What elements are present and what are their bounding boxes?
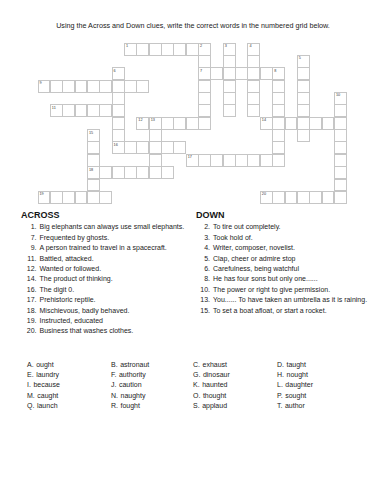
- clue-across-18: 18.Mischievous, badly behaved.: [21, 306, 189, 316]
- grid-cell[interactable]: 2: [198, 43, 211, 56]
- cell-number: 1: [126, 44, 128, 48]
- grid-cell[interactable]: [99, 166, 112, 179]
- grid-cell[interactable]: [50, 80, 63, 93]
- grid-cell[interactable]: [124, 141, 137, 154]
- grid-cell[interactable]: [272, 191, 285, 204]
- grid-cell[interactable]: [112, 92, 125, 105]
- clue-text: The product of thinking.: [40, 274, 190, 284]
- grid-cell[interactable]: [161, 117, 174, 130]
- grid-cell[interactable]: 7: [198, 67, 211, 80]
- grid-cell[interactable]: [50, 191, 63, 204]
- grid-cell[interactable]: [272, 141, 285, 154]
- clue-down-5: 5.Clap, cheer or admire stop: [196, 254, 368, 264]
- clue-number: 2.: [196, 222, 210, 232]
- grid-cell[interactable]: 13: [149, 117, 162, 130]
- clue-text: Battled, attacked.: [40, 254, 190, 264]
- bank-item-P: P.sought: [277, 391, 313, 401]
- clue-number: 16.: [21, 285, 37, 295]
- grid-cell[interactable]: [247, 104, 260, 117]
- grid-cell[interactable]: [297, 80, 310, 93]
- grid-cell[interactable]: [149, 166, 162, 179]
- bank-item-K: K.haunted: [193, 380, 277, 390]
- word-bank: A.oughtB.astronautC.exhaustD.taughtE.lau…: [27, 360, 313, 412]
- clue-across-17: 17.Prehistoric reptile.: [21, 295, 189, 305]
- clue-number: 1.: [21, 222, 37, 232]
- bank-item-C: C.exhaust: [193, 360, 277, 370]
- bank-item-S: S.applaud: [193, 401, 277, 411]
- grid-cell[interactable]: 20: [260, 191, 273, 204]
- grid-cell[interactable]: [260, 67, 273, 80]
- grid-cell[interactable]: [99, 191, 112, 204]
- grid-cell[interactable]: [62, 191, 75, 204]
- clue-down-2: 2.To tire out completely.: [196, 222, 368, 232]
- grid-cell[interactable]: [161, 141, 174, 154]
- across-section: ACROSS 1.Big elephants can always use sm…: [21, 210, 189, 337]
- clue-down-4: 4.Writer, composer, novelist.: [196, 243, 368, 253]
- grid-cell[interactable]: [285, 191, 298, 204]
- clue-number: 8.: [196, 274, 210, 284]
- clue-down-6: 6.Carefulness, being watchful: [196, 264, 368, 274]
- bank-word: thought: [203, 392, 226, 399]
- grid-cell[interactable]: [297, 191, 310, 204]
- grid-cell[interactable]: [297, 117, 310, 130]
- clue-text: Instructed, educated: [40, 316, 190, 326]
- cell-number: 13: [151, 118, 155, 122]
- grid-cell[interactable]: [210, 154, 223, 167]
- grid-cell[interactable]: [223, 92, 236, 105]
- clue-text: Wanted or followed.: [40, 264, 190, 274]
- across-header: ACROSS: [21, 210, 189, 220]
- grid-cell[interactable]: [223, 154, 236, 167]
- clue-down-10: 10.The power or right to give permission…: [196, 285, 368, 295]
- grid-cell[interactable]: 12: [136, 117, 149, 130]
- clue-text: Big elephants can always use small eleph…: [40, 222, 190, 232]
- grid-cell[interactable]: [87, 141, 100, 154]
- clue-number: 20.: [21, 326, 37, 336]
- bank-word: dinosaur: [203, 371, 230, 378]
- bank-word: applaud: [202, 402, 227, 409]
- down-clue-list: 2.To tire out completely.3.Took hold of.…: [196, 222, 368, 316]
- grid-cell[interactable]: [272, 80, 285, 93]
- grid-cell[interactable]: [173, 43, 186, 56]
- clue-number: 18.: [21, 306, 37, 316]
- clue-number: 5.: [196, 254, 210, 264]
- grid-cell[interactable]: 19: [38, 191, 51, 204]
- grid-cell[interactable]: [247, 55, 260, 68]
- grid-cell[interactable]: [124, 80, 137, 93]
- cell-number: 16: [114, 143, 118, 147]
- grid-cell[interactable]: [272, 154, 285, 167]
- grid-cell[interactable]: [297, 67, 310, 80]
- grid-cell[interactable]: [272, 129, 285, 142]
- grid-cell[interactable]: [247, 80, 260, 93]
- bank-letter: K.: [193, 381, 200, 388]
- bank-word: daughter: [285, 381, 313, 388]
- down-header: DOWN: [196, 210, 368, 220]
- bank-item-F: F.authority: [111, 370, 193, 380]
- grid-cell[interactable]: [223, 80, 236, 93]
- clue-number: 14.: [21, 274, 37, 284]
- bank-letter: A.: [27, 361, 34, 368]
- cell-number: 18: [89, 168, 93, 172]
- grid-cell[interactable]: [272, 104, 285, 117]
- across-clue-list: 1.Big elephants can always use small ele…: [21, 222, 189, 336]
- grid-cell[interactable]: [75, 191, 88, 204]
- bank-word: naughty: [121, 392, 146, 399]
- clue-across-20: 20.Business that washes clothes.: [21, 326, 189, 336]
- clue-text: The power or right to give permission.: [213, 285, 368, 295]
- grid-cell[interactable]: [309, 117, 322, 130]
- bank-item-B: B.astronaut: [111, 360, 193, 370]
- bank-letter: R.: [111, 402, 118, 409]
- grid-cell[interactable]: [334, 141, 347, 154]
- cell-number: 4: [249, 44, 251, 48]
- grid-cell[interactable]: [247, 92, 260, 105]
- grid-cell[interactable]: [112, 129, 125, 142]
- grid-cell[interactable]: [173, 141, 186, 154]
- grid-cell[interactable]: [87, 104, 100, 117]
- bank-word: astronaut: [120, 361, 149, 368]
- clue-text: You...... To have taken an umbrella as i…: [213, 295, 368, 305]
- clue-text: Frequented by ghosts.: [40, 233, 190, 243]
- clue-down-13: 13.You...... To have taken an umbrella a…: [196, 295, 368, 305]
- bank-item-E: E.laundry: [27, 370, 111, 380]
- grid-cell[interactable]: [161, 43, 174, 56]
- clue-across-12: 12.Wanted or followed.: [21, 264, 189, 274]
- clue-text: He has four sons but only one......: [213, 274, 368, 284]
- clue-text: Prehistoric reptile.: [40, 295, 190, 305]
- cell-number: 3: [225, 44, 227, 48]
- clue-number: 3.: [196, 233, 210, 243]
- bank-word: haunted: [202, 381, 227, 388]
- grid-cell[interactable]: [75, 104, 88, 117]
- cell-number: 20: [262, 192, 266, 196]
- worksheet-page: Using the Across and Down clues, write t…: [0, 0, 386, 500]
- grid-cell[interactable]: [334, 104, 347, 117]
- grid-cell[interactable]: [334, 117, 347, 130]
- grid-cell[interactable]: [297, 92, 310, 105]
- bank-word: ought: [36, 361, 54, 368]
- clue-text: To set a boat afloat, or start a rocket.: [213, 306, 368, 316]
- bank-letter: D.: [277, 361, 284, 368]
- bank-item-N: N.naughty: [111, 391, 193, 401]
- clue-number: 6.: [196, 264, 210, 274]
- grid-cell[interactable]: [309, 191, 322, 204]
- grid-cell[interactable]: 1: [124, 43, 137, 56]
- bank-word: launch: [37, 402, 58, 409]
- cell-number: 19: [40, 192, 44, 196]
- grid-cell[interactable]: 10: [334, 92, 347, 105]
- bank-word: caution: [119, 381, 142, 388]
- grid-cell[interactable]: [285, 117, 298, 130]
- grid-cell[interactable]: [149, 141, 162, 154]
- bank-item-J: J.caution: [111, 380, 193, 390]
- cell-number: 14: [262, 118, 266, 122]
- clue-down-3: 3.Took hold of.: [196, 233, 368, 243]
- grid-cell[interactable]: [186, 117, 199, 130]
- grid-cell[interactable]: [198, 55, 211, 68]
- bank-word: caught: [37, 392, 58, 399]
- grid-cell[interactable]: [87, 154, 100, 167]
- grid-cell[interactable]: [334, 179, 347, 192]
- grid-cell[interactable]: [124, 166, 137, 179]
- grid-cell[interactable]: [210, 67, 223, 80]
- clue-text: Took hold of.: [213, 233, 368, 243]
- grid-cell[interactable]: [62, 80, 75, 93]
- grid-cell[interactable]: [87, 191, 100, 204]
- bank-word: authority: [119, 371, 146, 378]
- grid-cell[interactable]: [112, 80, 125, 93]
- grid-cell[interactable]: [235, 67, 248, 80]
- cell-number: 17: [188, 155, 192, 159]
- bank-letter: L.: [277, 381, 283, 388]
- grid-cell[interactable]: 3: [223, 43, 236, 56]
- grid-cell[interactable]: [62, 104, 75, 117]
- grid-cell[interactable]: [186, 43, 199, 56]
- grid-cell[interactable]: [322, 191, 335, 204]
- grid-cell[interactable]: [235, 154, 248, 167]
- grid-cell[interactable]: [136, 166, 149, 179]
- grid-cell[interactable]: [149, 43, 162, 56]
- clue-number: 4.: [196, 243, 210, 253]
- bank-item-Q: Q.launch: [27, 401, 111, 411]
- grid-cell[interactable]: 11: [50, 104, 63, 117]
- instructions-title: Using the Across and Down clues, write t…: [0, 21, 386, 30]
- grid-cell[interactable]: 4: [247, 43, 260, 56]
- clue-across-14: 14.The product of thinking.: [21, 274, 189, 284]
- grid-cell[interactable]: [136, 43, 149, 56]
- cell-number: 10: [336, 93, 340, 97]
- clue-number: 19.: [21, 316, 37, 326]
- bank-letter: C.: [193, 361, 200, 368]
- clue-across-7: 7.Frequented by ghosts.: [21, 233, 189, 243]
- bank-word: sought: [285, 392, 306, 399]
- cell-number: 9: [40, 81, 42, 85]
- cell-number: 7: [200, 69, 202, 73]
- bank-letter: N.: [111, 392, 118, 399]
- grid-cell[interactable]: [334, 129, 347, 142]
- clue-number: 9.: [21, 243, 37, 253]
- grid-cell[interactable]: [260, 154, 273, 167]
- grid-cell[interactable]: [223, 55, 236, 68]
- grid-cell[interactable]: [322, 117, 335, 130]
- grid-cell[interactable]: [223, 67, 236, 80]
- bank-letter: I.: [27, 381, 31, 388]
- bank-item-A: A.ought: [27, 360, 111, 370]
- clue-text: To tire out completely.: [213, 222, 368, 232]
- down-section: DOWN 2.To tire out completely.3.Took hol…: [196, 210, 368, 316]
- bank-item-O: O.thought: [193, 391, 277, 401]
- grid-cell[interactable]: 6: [112, 67, 125, 80]
- cell-number: 8: [274, 69, 276, 73]
- grid-cell[interactable]: [87, 80, 100, 93]
- bank-letter: Q.: [27, 402, 34, 409]
- grid-cell[interactable]: 16: [112, 141, 125, 154]
- clue-number: 10.: [196, 285, 210, 295]
- grid-cell[interactable]: 17: [186, 154, 199, 167]
- clue-number: 7.: [21, 233, 37, 243]
- grid-cell[interactable]: [87, 179, 100, 192]
- bank-letter: G.: [193, 371, 200, 378]
- bank-word: taught: [287, 361, 306, 368]
- grid-cell[interactable]: 9: [38, 80, 51, 93]
- clue-across-1: 1.Big elephants can always use small ele…: [21, 222, 189, 232]
- bank-item-R: R.fought: [111, 401, 193, 411]
- bank-letter: J.: [111, 381, 116, 388]
- bank-item-L: L.daughter: [277, 380, 313, 390]
- grid-cell[interactable]: [334, 166, 347, 179]
- clue-down-8: 8.He has four sons but only one......: [196, 274, 368, 284]
- grid-cell[interactable]: [136, 141, 149, 154]
- clue-text: The digit 0.: [40, 285, 190, 295]
- grid-cell[interactable]: [272, 117, 285, 130]
- grid-cell[interactable]: 14: [260, 117, 273, 130]
- grid-cell[interactable]: [297, 129, 310, 142]
- bank-letter: S.: [193, 402, 200, 409]
- grid-cell[interactable]: [297, 104, 310, 117]
- clue-number: 12.: [21, 264, 37, 274]
- bank-letter: F.: [111, 371, 116, 378]
- grid-cell[interactable]: 18: [87, 166, 100, 179]
- grid-cell[interactable]: 8: [272, 67, 285, 80]
- bank-word: because: [33, 381, 59, 388]
- grid-cell[interactable]: [198, 92, 211, 105]
- grid-cell[interactable]: [136, 80, 149, 93]
- clue-text: Clap, cheer or admire stop: [213, 254, 368, 264]
- cell-number: 12: [138, 118, 142, 122]
- bank-letter: B.: [111, 361, 118, 368]
- grid-cell[interactable]: [149, 129, 162, 142]
- clue-text: Writer, composer, novelist.: [213, 243, 368, 253]
- grid-cell[interactable]: [198, 80, 211, 93]
- bank-item-M: M.caught: [27, 391, 111, 401]
- bank-letter: M.: [27, 392, 35, 399]
- cell-number: 11: [52, 106, 56, 110]
- grid-cell[interactable]: [112, 117, 125, 130]
- bank-word: exhaust: [203, 361, 228, 368]
- bank-item-D: D.taught: [277, 360, 313, 370]
- clue-text: Business that washes clothes.: [40, 326, 190, 336]
- cell-number: 2: [200, 44, 202, 48]
- grid-cell[interactable]: [173, 117, 186, 130]
- bank-item-T: T.author: [277, 401, 313, 411]
- clue-text: Carefulness, being watchful: [213, 264, 368, 274]
- grid-cell[interactable]: [161, 166, 174, 179]
- grid-cell[interactable]: [223, 104, 236, 117]
- grid-cell[interactable]: [112, 104, 125, 117]
- grid-cell[interactable]: [247, 154, 260, 167]
- grid-cell[interactable]: [247, 67, 260, 80]
- clue-number: 17.: [21, 295, 37, 305]
- grid-cell[interactable]: [112, 166, 125, 179]
- cell-number: 15: [89, 131, 93, 135]
- bank-word: nought: [287, 371, 308, 378]
- bank-letter: O.: [193, 392, 200, 399]
- grid-cell[interactable]: [75, 80, 88, 93]
- bank-letter: E.: [27, 371, 34, 378]
- clue-across-11: 11.Battled, attacked.: [21, 254, 189, 264]
- clue-across-19: 19.Instructed, educated: [21, 316, 189, 326]
- bank-letter: H.: [277, 371, 284, 378]
- grid-cell[interactable]: [198, 154, 211, 167]
- grid-cell[interactable]: [198, 104, 211, 117]
- clue-across-16: 16.The digit 0.: [21, 285, 189, 295]
- cell-number: 6: [114, 69, 116, 73]
- clue-down-15: 15.To set a boat afloat, or start a rock…: [196, 306, 368, 316]
- bank-letter: T.: [277, 402, 282, 409]
- bank-word: laundry: [36, 371, 59, 378]
- clue-number: 15.: [196, 306, 210, 316]
- grid-cell[interactable]: [99, 104, 112, 117]
- grid-cell[interactable]: 5: [297, 55, 310, 68]
- grid-cell[interactable]: [198, 117, 211, 130]
- bank-word: author: [285, 402, 305, 409]
- crossword-grid: 1278911121314161718192034561015: [38, 43, 347, 204]
- bank-item-H: H.nought: [277, 370, 313, 380]
- cell-number: 5: [299, 56, 301, 60]
- bank-word: fought: [121, 402, 140, 409]
- grid-cell[interactable]: [334, 154, 347, 167]
- clue-number: 13.: [196, 295, 210, 305]
- clue-across-9: 9.A person trained to travel in a spacec…: [21, 243, 189, 253]
- clue-text: Mischievous, badly behaved.: [40, 306, 190, 316]
- grid-cell[interactable]: [149, 154, 162, 167]
- bank-letter: P.: [277, 392, 283, 399]
- bank-item-G: G.dinosaur: [193, 370, 277, 380]
- grid-cell[interactable]: [334, 191, 347, 204]
- grid-cell[interactable]: [99, 80, 112, 93]
- grid-cell[interactable]: [272, 92, 285, 105]
- clue-text: A person trained to travel in a spacecra…: [40, 243, 190, 253]
- clue-number: 11.: [21, 254, 37, 264]
- grid-cell[interactable]: 15: [87, 129, 100, 142]
- bank-item-I: I.because: [27, 380, 111, 390]
